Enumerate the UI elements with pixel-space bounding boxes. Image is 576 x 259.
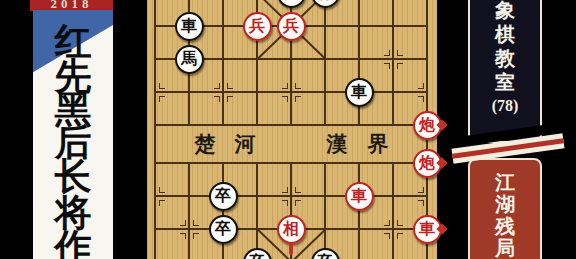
point-marker [295, 200, 301, 206]
point-marker [295, 187, 301, 193]
point-marker [227, 83, 233, 89]
subtitle-char: 江 [470, 171, 540, 194]
point-marker [159, 187, 165, 193]
piece-red-兵[interactable]: 兵 [277, 12, 306, 41]
point-marker [193, 220, 199, 226]
point-marker [159, 200, 165, 206]
river-label: 漢 [324, 132, 350, 156]
caption-char: 长 [33, 157, 113, 197]
grid-line [324, 163, 326, 259]
grid-line [290, 163, 292, 259]
point-marker [159, 83, 165, 89]
piece-red-兵[interactable]: 兵 [243, 12, 272, 41]
point-marker [418, 200, 424, 206]
piece-label: 兵 [283, 18, 299, 34]
subtitle-panel: 江湖残局揭 [468, 158, 542, 259]
subtitle-char: 残 [470, 215, 540, 238]
point-marker [295, 96, 301, 102]
point-marker [193, 233, 199, 239]
point-marker [282, 96, 288, 102]
point-marker [418, 96, 424, 102]
piece-red-炮[interactable]: 炮 [413, 149, 442, 178]
subtitle-char: 局 [470, 237, 540, 259]
point-marker [418, 187, 424, 193]
grid-line [222, 0, 224, 125]
piece-label: 卒 [215, 221, 231, 237]
video-frame: 2018 红先黑后长将作 楚河漢界 士将車兵兵馬車炮炮卒車卒相車卒卒 (78) … [0, 0, 576, 259]
point-marker [282, 83, 288, 89]
piece-red-車[interactable]: 車 [413, 215, 442, 244]
series-title-char: 教 [470, 47, 540, 70]
piece-label: 将 [317, 0, 333, 1]
grid-line [154, 0, 156, 259]
piece-label: 車 [351, 188, 367, 204]
point-marker [214, 96, 220, 102]
grid-line [392, 0, 394, 125]
series-title-char: 象 [470, 0, 540, 22]
series-title-panel: (78) 象棋教室 [468, 0, 542, 143]
grid-line [324, 0, 326, 125]
piece-black-卒[interactable]: 卒 [209, 182, 238, 211]
series-title-char: 棋 [470, 23, 540, 46]
piece-label: 炮 [419, 117, 435, 133]
subtitle-char: 湖 [470, 193, 540, 216]
piece-black-卒[interactable]: 卒 [209, 215, 238, 244]
river-label: 楚 [192, 132, 218, 156]
piece-label: 相 [283, 221, 299, 237]
river-label: 界 [365, 132, 391, 156]
piece-label: 兵 [249, 18, 265, 34]
grid-line [392, 163, 394, 259]
point-marker [295, 83, 301, 89]
point-marker [384, 63, 390, 69]
point-marker [418, 83, 424, 89]
point-marker [159, 96, 165, 102]
point-marker [384, 220, 390, 226]
piece-black-車[interactable]: 車 [175, 12, 204, 41]
point-marker [180, 220, 186, 226]
point-marker [227, 96, 233, 102]
left-caption-strip: 红先黑后长将作 [33, 10, 113, 259]
piece-label: 卒 [249, 254, 265, 259]
episode-number: (78) [470, 97, 540, 115]
piece-label: 車 [181, 18, 197, 34]
piece-red-車[interactable]: 車 [345, 182, 374, 211]
piece-label: 卒 [215, 188, 231, 204]
point-marker [384, 233, 390, 239]
point-marker [397, 50, 403, 56]
point-marker [214, 83, 220, 89]
caption-char: 作 [33, 228, 113, 259]
piece-red-相[interactable]: 相 [277, 215, 306, 244]
point-marker [180, 233, 186, 239]
piece-label: 車 [419, 221, 435, 237]
point-marker [384, 50, 390, 56]
point-marker [282, 200, 288, 206]
piece-black-車[interactable]: 車 [345, 78, 374, 107]
series-title-char: 室 [470, 71, 540, 94]
grid-line [188, 163, 190, 259]
grid-line [358, 163, 360, 259]
piece-label: 車 [351, 84, 367, 100]
piece-red-炮[interactable]: 炮 [413, 111, 442, 140]
point-marker [282, 187, 288, 193]
piece-label: 馬 [181, 51, 197, 67]
point-marker [397, 63, 403, 69]
grid-line [256, 163, 258, 259]
piece-label: 炮 [419, 155, 435, 171]
piece-label: 士 [283, 0, 299, 1]
grid-line [222, 163, 224, 259]
piece-label: 卒 [317, 254, 333, 259]
point-marker [397, 220, 403, 226]
river-label: 河 [232, 132, 258, 156]
piece-black-馬[interactable]: 馬 [175, 45, 204, 74]
point-marker [397, 233, 403, 239]
